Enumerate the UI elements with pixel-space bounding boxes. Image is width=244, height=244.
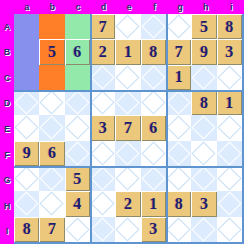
cell-Bb[interactable]: 5	[39, 39, 64, 64]
diamond-pattern	[141, 91, 165, 115]
cell-Gd[interactable]	[90, 166, 115, 191]
column-label-f: f	[142, 0, 168, 14]
sudoku-widget: abcdefghi ABCDEFGHI 75856218793181376965…	[0, 0, 244, 244]
cell-Ie[interactable]	[115, 217, 140, 242]
cell-Ia[interactable]: 8	[14, 217, 39, 242]
cell-Ig[interactable]	[166, 217, 191, 242]
cell-Ff[interactable]	[141, 141, 166, 166]
cell-Hg[interactable]: 8	[166, 191, 191, 216]
given-digit: 7	[99, 18, 107, 36]
diamond-pattern	[91, 167, 115, 191]
cell-If[interactable]: 3	[141, 217, 166, 242]
given-digit: 1	[175, 68, 183, 86]
given-digit: 3	[200, 195, 208, 213]
column-label-g: g	[167, 0, 193, 14]
diamond-pattern	[40, 167, 64, 191]
cell-Hc[interactable]: 4	[65, 191, 90, 216]
cell-Df[interactable]	[141, 90, 166, 115]
given-digit: 6	[48, 144, 56, 162]
diamond-pattern	[217, 217, 241, 241]
diamond-pattern	[91, 192, 115, 216]
cell-Ai[interactable]: 8	[217, 14, 242, 39]
given-digit: 8	[149, 43, 157, 61]
row-label-H: H	[0, 193, 14, 219]
cell-Db[interactable]	[39, 90, 64, 115]
given-digit: 2	[99, 43, 107, 61]
cell-Ei[interactable]	[217, 115, 242, 140]
cell-Ch[interactable]	[191, 65, 216, 90]
column-label-e: e	[116, 0, 142, 14]
given-digit: 1	[225, 94, 233, 112]
given-digit: 8	[175, 195, 183, 213]
cell-Cg[interactable]: 1	[166, 65, 191, 90]
cell-Bg[interactable]: 7	[166, 39, 191, 64]
cell-Id[interactable]	[90, 217, 115, 242]
cell-Fg[interactable]	[166, 141, 191, 166]
cell-Cf[interactable]	[141, 65, 166, 90]
diamond-pattern	[40, 116, 64, 140]
column-label-h: h	[193, 0, 219, 14]
given-digit: 5	[200, 18, 208, 36]
diamond-pattern	[167, 116, 191, 140]
diamond-pattern	[15, 167, 39, 191]
diamond-pattern	[217, 141, 241, 165]
cell-Hf[interactable]: 1	[141, 191, 166, 216]
cell-Bc[interactable]: 6	[65, 39, 90, 64]
column-label-a: a	[14, 0, 40, 14]
diamond-pattern	[192, 141, 216, 165]
column-labels: abcdefghi	[14, 0, 244, 14]
cell-Hd[interactable]	[90, 191, 115, 216]
diamond-pattern	[116, 167, 140, 191]
cell-Fd[interactable]	[90, 141, 115, 166]
row-label-C: C	[0, 65, 14, 91]
cell-Ce[interactable]	[115, 65, 140, 90]
cell-Fb[interactable]: 6	[39, 141, 64, 166]
given-digit: 7	[175, 43, 183, 61]
diamond-pattern	[65, 116, 89, 140]
cell-Gg[interactable]	[166, 166, 191, 191]
diamond-pattern	[167, 91, 191, 115]
diamond-pattern	[15, 192, 39, 216]
cell-Bf[interactable]: 8	[141, 39, 166, 64]
diamond-pattern	[116, 91, 140, 115]
diamond-pattern	[116, 141, 140, 165]
cell-Ab[interactable]	[39, 14, 64, 39]
given-digit: 1	[124, 43, 132, 61]
row-label-B: B	[0, 40, 14, 66]
cell-Ic[interactable]	[65, 217, 90, 242]
given-digit: 7	[124, 119, 132, 137]
row-label-A: A	[0, 14, 14, 40]
diamond-pattern	[15, 116, 39, 140]
cell-Eb[interactable]	[39, 115, 64, 140]
cell-Ga[interactable]	[14, 166, 39, 191]
cell-Ca[interactable]	[14, 65, 39, 90]
cell-Gc[interactable]: 5	[65, 166, 90, 191]
cell-Ii[interactable]	[217, 217, 242, 242]
diamond-pattern	[116, 15, 140, 39]
cell-Cb[interactable]	[39, 65, 64, 90]
cell-Gf[interactable]	[141, 166, 166, 191]
given-digit: 2	[124, 195, 132, 213]
cell-Dh[interactable]: 8	[191, 90, 216, 115]
diamond-pattern	[141, 15, 165, 39]
cell-Ed[interactable]: 3	[90, 115, 115, 140]
cell-De[interactable]	[115, 90, 140, 115]
column-label-d: d	[91, 0, 117, 14]
diamond-pattern	[217, 167, 241, 191]
cell-Dd[interactable]	[90, 90, 115, 115]
cell-Cc[interactable]	[65, 65, 90, 90]
cell-Da[interactable]	[14, 90, 39, 115]
cell-Ef[interactable]: 6	[141, 115, 166, 140]
cell-Ba[interactable]	[14, 39, 39, 64]
diamond-pattern	[141, 167, 165, 191]
cell-Gi[interactable]	[217, 166, 242, 191]
diamond-pattern	[15, 91, 39, 115]
cell-Ad[interactable]: 7	[90, 14, 115, 39]
given-digit: 8	[225, 18, 233, 36]
diamond-pattern	[167, 15, 191, 39]
cell-Bd[interactable]: 2	[90, 39, 115, 64]
diamond-pattern	[217, 192, 241, 216]
cell-Dg[interactable]	[166, 90, 191, 115]
cell-Gb[interactable]	[39, 166, 64, 191]
diamond-pattern	[91, 141, 115, 165]
diamond-pattern	[40, 192, 64, 216]
diamond-pattern	[192, 167, 216, 191]
cell-Bi[interactable]: 3	[217, 39, 242, 64]
cell-He[interactable]: 2	[115, 191, 140, 216]
cell-Ib[interactable]: 7	[39, 217, 64, 242]
diamond-pattern	[116, 217, 140, 241]
cell-Ac[interactable]	[65, 14, 90, 39]
diamond-pattern	[65, 217, 89, 241]
column-label-c: c	[65, 0, 91, 14]
cell-Ah[interactable]: 5	[191, 14, 216, 39]
diamond-pattern	[167, 167, 191, 191]
diamond-pattern	[65, 141, 89, 165]
cell-Hh[interactable]: 3	[191, 191, 216, 216]
cell-Ea[interactable]	[14, 115, 39, 140]
given-digit: 8	[23, 220, 31, 238]
cell-Ge[interactable]	[115, 166, 140, 191]
cell-Hi[interactable]	[217, 191, 242, 216]
cell-Ag[interactable]	[166, 14, 191, 39]
diamond-pattern	[167, 141, 191, 165]
cell-Aa[interactable]	[14, 14, 39, 39]
given-digit: 3	[99, 119, 107, 137]
diamond-pattern	[217, 116, 241, 140]
given-digit: 3	[225, 43, 233, 61]
cell-Fe[interactable]	[115, 141, 140, 166]
given-digit: 1	[149, 195, 157, 213]
row-label-E: E	[0, 116, 14, 142]
sudoku-board: 7585621879318137696542183873	[14, 14, 244, 244]
row-label-G: G	[0, 167, 14, 193]
row-labels: ABCDEFGHI	[0, 14, 14, 244]
given-digit: 5	[48, 43, 56, 61]
column-label-b: b	[40, 0, 66, 14]
cell-Fa[interactable]: 9	[14, 141, 39, 166]
diamond-pattern	[192, 65, 216, 89]
given-digit: 9	[23, 144, 31, 162]
given-digit: 8	[200, 94, 208, 112]
diamond-pattern	[116, 65, 140, 89]
row-label-D: D	[0, 91, 14, 117]
diamond-pattern	[91, 91, 115, 115]
cell-Cd[interactable]	[90, 65, 115, 90]
cell-Fc[interactable]	[65, 141, 90, 166]
cell-Ec[interactable]	[65, 115, 90, 140]
cell-Hb[interactable]	[39, 191, 64, 216]
diamond-pattern	[167, 217, 191, 241]
given-digit: 3	[149, 220, 157, 238]
cell-Bh[interactable]: 9	[191, 39, 216, 64]
cell-Eh[interactable]	[191, 115, 216, 140]
cell-Dc[interactable]	[65, 90, 90, 115]
given-digit: 5	[73, 170, 81, 188]
diamond-pattern	[91, 65, 115, 89]
diamond-pattern	[192, 217, 216, 241]
cell-Be[interactable]: 1	[115, 39, 140, 64]
given-digit: 6	[73, 43, 81, 61]
given-digit: 6	[149, 119, 157, 137]
cell-Eg[interactable]	[166, 115, 191, 140]
diamond-pattern	[141, 141, 165, 165]
diamond-pattern	[192, 116, 216, 140]
diamond-pattern	[65, 91, 89, 115]
given-digit: 9	[200, 43, 208, 61]
diamond-pattern	[217, 65, 241, 89]
cell-Af[interactable]	[141, 14, 166, 39]
diamond-pattern	[91, 217, 115, 241]
cell-Ee[interactable]: 7	[115, 115, 140, 140]
cell-Ih[interactable]	[191, 217, 216, 242]
column-label-i: i	[218, 0, 244, 14]
diamond-pattern	[141, 65, 165, 89]
row-label-F: F	[0, 142, 14, 168]
given-digit: 4	[73, 195, 81, 213]
cell-Ae[interactable]	[115, 14, 140, 39]
cell-Fh[interactable]	[191, 141, 216, 166]
cell-Fi[interactable]	[217, 141, 242, 166]
row-label-I: I	[0, 218, 14, 244]
cell-Ci[interactable]	[217, 65, 242, 90]
cell-Di[interactable]: 1	[217, 90, 242, 115]
given-digit: 7	[48, 220, 56, 238]
cell-Ha[interactable]	[14, 191, 39, 216]
diamond-pattern	[40, 91, 64, 115]
cell-Gh[interactable]	[191, 166, 216, 191]
